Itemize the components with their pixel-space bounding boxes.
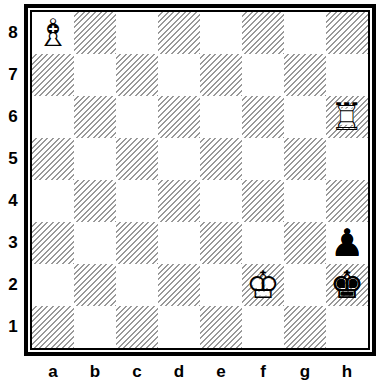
square-e3[interactable]: [200, 222, 242, 264]
square-g6[interactable]: [284, 96, 326, 138]
square-d3[interactable]: [158, 222, 200, 264]
file-label-f: f: [242, 356, 284, 382]
square-c8[interactable]: [116, 12, 158, 54]
rank-label-4: 4: [2, 180, 24, 222]
square-f2[interactable]: ♚♔: [242, 264, 284, 306]
square-c2[interactable]: [116, 264, 158, 306]
square-g5[interactable]: [284, 138, 326, 180]
piece-fill-glyph: ♝: [36, 14, 70, 52]
black-pawn-h3[interactable]: ♟♟: [326, 222, 368, 264]
square-e1[interactable]: [200, 306, 242, 348]
square-a5[interactable]: [32, 138, 74, 180]
square-a2[interactable]: [32, 264, 74, 306]
square-c5[interactable]: [116, 138, 158, 180]
rank-label-1: 1: [2, 306, 24, 348]
square-d5[interactable]: [158, 138, 200, 180]
square-g7[interactable]: [284, 54, 326, 96]
file-labels: abcdefgh: [24, 356, 376, 382]
square-c7[interactable]: [116, 54, 158, 96]
square-f3[interactable]: [242, 222, 284, 264]
square-a1[interactable]: [32, 306, 74, 348]
rank-label-3: 3: [2, 222, 24, 264]
file-label-b: b: [74, 356, 116, 382]
square-f7[interactable]: [242, 54, 284, 96]
rank-labels: 87654321: [2, 4, 24, 356]
square-e2[interactable]: [200, 264, 242, 306]
piece-outline-glyph: ♖: [330, 98, 364, 136]
white-rook-h6[interactable]: ♜♖: [326, 96, 368, 138]
square-c4[interactable]: [116, 180, 158, 222]
square-f6[interactable]: [242, 96, 284, 138]
file-label-d: d: [158, 356, 200, 382]
square-h8[interactable]: [326, 12, 368, 54]
square-a3[interactable]: [32, 222, 74, 264]
square-d2[interactable]: [158, 264, 200, 306]
square-f8[interactable]: [242, 12, 284, 54]
square-g3[interactable]: [284, 222, 326, 264]
square-d8[interactable]: [158, 12, 200, 54]
square-g1[interactable]: [284, 306, 326, 348]
square-d4[interactable]: [158, 180, 200, 222]
square-f1[interactable]: [242, 306, 284, 348]
square-d6[interactable]: [158, 96, 200, 138]
square-a4[interactable]: [32, 180, 74, 222]
square-h6[interactable]: ♜♖: [326, 96, 368, 138]
piece-outline-glyph: ♟: [330, 224, 364, 262]
square-b5[interactable]: [74, 138, 116, 180]
rank-label-2: 2: [2, 264, 24, 306]
black-king-h2[interactable]: ♚♚: [326, 264, 368, 306]
square-b7[interactable]: [74, 54, 116, 96]
piece-outline-glyph: ♔: [246, 266, 280, 304]
square-e6[interactable]: [200, 96, 242, 138]
square-b4[interactable]: [74, 180, 116, 222]
board-frame: ♝♗♜♖♟♟♚♔♚♚: [24, 4, 376, 356]
square-b3[interactable]: [74, 222, 116, 264]
chess-diagram: 87654321 ♝♗♜♖♟♟♚♔♚♚ abcdefgh: [0, 0, 387, 389]
square-d7[interactable]: [158, 54, 200, 96]
square-h1[interactable]: [326, 306, 368, 348]
square-c6[interactable]: [116, 96, 158, 138]
square-h4[interactable]: [326, 180, 368, 222]
white-king-f2[interactable]: ♚♔: [242, 264, 284, 306]
file-label-h: h: [326, 356, 368, 382]
square-g2[interactable]: [284, 264, 326, 306]
white-bishop-a8[interactable]: ♝♗: [32, 12, 74, 54]
square-g4[interactable]: [284, 180, 326, 222]
square-c1[interactable]: [116, 306, 158, 348]
square-b6[interactable]: [74, 96, 116, 138]
square-a7[interactable]: [32, 54, 74, 96]
piece-fill-glyph: ♟: [330, 224, 364, 262]
square-h2[interactable]: ♚♚: [326, 264, 368, 306]
piece-fill-glyph: ♜: [330, 98, 364, 136]
piece-outline-glyph: ♗: [36, 14, 70, 52]
file-label-c: c: [116, 356, 158, 382]
rank-label-6: 6: [2, 96, 24, 138]
square-e8[interactable]: [200, 12, 242, 54]
square-f5[interactable]: [242, 138, 284, 180]
piece-outline-glyph: ♚: [330, 266, 364, 304]
rank-label-7: 7: [2, 54, 24, 96]
square-f4[interactable]: [242, 180, 284, 222]
piece-fill-glyph: ♚: [330, 266, 364, 304]
square-b2[interactable]: [74, 264, 116, 306]
rank-label-5: 5: [2, 138, 24, 180]
square-a8[interactable]: ♝♗: [32, 12, 74, 54]
file-label-a: a: [32, 356, 74, 382]
rank-label-8: 8: [2, 12, 24, 54]
square-d1[interactable]: [158, 306, 200, 348]
square-h3[interactable]: ♟♟: [326, 222, 368, 264]
square-b8[interactable]: [74, 12, 116, 54]
board-inner-border: ♝♗♜♖♟♟♚♔♚♚: [30, 10, 370, 350]
square-b1[interactable]: [74, 306, 116, 348]
square-a6[interactable]: [32, 96, 74, 138]
file-label-g: g: [284, 356, 326, 382]
board: ♝♗♜♖♟♟♚♔♚♚: [32, 12, 368, 348]
square-c3[interactable]: [116, 222, 158, 264]
square-h5[interactable]: [326, 138, 368, 180]
square-g8[interactable]: [284, 12, 326, 54]
square-h7[interactable]: [326, 54, 368, 96]
square-e7[interactable]: [200, 54, 242, 96]
square-e5[interactable]: [200, 138, 242, 180]
piece-fill-glyph: ♚: [246, 266, 280, 304]
file-label-e: e: [200, 356, 242, 382]
square-e4[interactable]: [200, 180, 242, 222]
